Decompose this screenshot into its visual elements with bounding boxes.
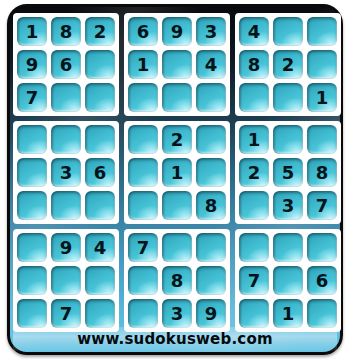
cell-r9c7[interactable]	[239, 299, 269, 328]
cell-r7c6[interactable]	[196, 233, 226, 262]
cell-r6c3[interactable]	[85, 191, 115, 220]
cell-r3c8[interactable]	[273, 83, 303, 112]
cell-r1c9[interactable]	[307, 17, 337, 46]
cell-r2c8[interactable]: 2	[273, 50, 303, 79]
cell-r4c4[interactable]	[128, 125, 158, 154]
cell-r5c2[interactable]: 3	[51, 158, 81, 187]
cell-r4c6[interactable]	[196, 125, 226, 154]
cell-r4c1[interactable]	[17, 125, 47, 154]
box-r3c1: 947	[13, 229, 119, 332]
cell-r5c8[interactable]: 5	[273, 158, 303, 187]
cell-r6c4[interactable]	[128, 191, 158, 220]
box-r2c1: 36	[13, 121, 119, 224]
cell-r8c7[interactable]: 7	[239, 266, 269, 295]
cell-r8c1[interactable]	[17, 266, 47, 295]
cell-r6c9[interactable]: 7	[307, 191, 337, 220]
cell-r7c1[interactable]	[17, 233, 47, 262]
cell-r6c1[interactable]	[17, 191, 47, 220]
cell-r4c5[interactable]: 2	[162, 125, 192, 154]
cell-r1c6[interactable]: 3	[196, 17, 226, 46]
cell-r7c4[interactable]: 7	[128, 233, 158, 262]
cell-r9c5[interactable]: 3	[162, 299, 192, 328]
cell-r4c2[interactable]	[51, 125, 81, 154]
cell-r5c4[interactable]	[128, 158, 158, 187]
footer-banner: www.sudokusweb.com	[13, 327, 337, 351]
cell-r6c8[interactable]: 3	[273, 191, 303, 220]
box-r3c2: 7839	[124, 229, 230, 332]
cell-r7c2[interactable]: 9	[51, 233, 81, 262]
cell-r9c1[interactable]	[17, 299, 47, 328]
cell-r1c5[interactable]: 9	[162, 17, 192, 46]
cell-r8c3[interactable]	[85, 266, 115, 295]
box-r1c1: 182967	[13, 13, 119, 116]
cell-r5c1[interactable]	[17, 158, 47, 187]
cell-r5c7[interactable]: 2	[239, 158, 269, 187]
cell-r2c1[interactable]: 9	[17, 50, 47, 79]
cell-r8c2[interactable]	[51, 266, 81, 295]
cell-r3c1[interactable]: 7	[17, 83, 47, 112]
cell-r9c6[interactable]: 9	[196, 299, 226, 328]
cell-r6c2[interactable]	[51, 191, 81, 220]
box-r2c3: 125837	[235, 121, 341, 224]
cell-r5c5[interactable]: 1	[162, 158, 192, 187]
cell-r6c5[interactable]	[162, 191, 192, 220]
cell-r4c9[interactable]	[307, 125, 337, 154]
cell-r2c4[interactable]: 1	[128, 50, 158, 79]
cell-r3c9[interactable]: 1	[307, 83, 337, 112]
cell-r3c7[interactable]	[239, 83, 269, 112]
cell-r5c6[interactable]	[196, 158, 226, 187]
cell-r1c2[interactable]: 8	[51, 17, 81, 46]
cell-r3c3[interactable]	[85, 83, 115, 112]
cell-r9c4[interactable]	[128, 299, 158, 328]
cell-r7c8[interactable]	[273, 233, 303, 262]
cell-r4c3[interactable]	[85, 125, 115, 154]
cell-r2c5[interactable]	[162, 50, 192, 79]
cell-r2c9[interactable]	[307, 50, 337, 79]
cell-r4c8[interactable]	[273, 125, 303, 154]
box-r2c2: 218	[124, 121, 230, 224]
cell-r9c2[interactable]: 7	[51, 299, 81, 328]
site-url-label: www.sudokusweb.com	[77, 330, 272, 348]
cell-r3c6[interactable]	[196, 83, 226, 112]
cell-r3c2[interactable]	[51, 83, 81, 112]
cell-r8c5[interactable]: 8	[162, 266, 192, 295]
cell-r3c4[interactable]	[128, 83, 158, 112]
cell-r2c2[interactable]: 6	[51, 50, 81, 79]
cell-r7c7[interactable]	[239, 233, 269, 262]
cell-r9c8[interactable]: 1	[273, 299, 303, 328]
cell-r1c7[interactable]: 4	[239, 17, 269, 46]
sudoku-puzzle-image: 182967693144821362181258379477839761 www…	[0, 0, 350, 360]
sudoku-board: 182967693144821362181258379477839761	[13, 13, 337, 332]
cell-r7c3[interactable]: 4	[85, 233, 115, 262]
cell-r2c6[interactable]: 4	[196, 50, 226, 79]
box-r3c3: 761	[235, 229, 341, 332]
cell-r2c7[interactable]: 8	[239, 50, 269, 79]
cell-r5c3[interactable]: 6	[85, 158, 115, 187]
cell-r1c8[interactable]	[273, 17, 303, 46]
cell-r9c9[interactable]	[307, 299, 337, 328]
box-r1c3: 4821	[235, 13, 341, 116]
cell-r6c7[interactable]	[239, 191, 269, 220]
cell-r1c4[interactable]: 6	[128, 17, 158, 46]
cell-r5c9[interactable]: 8	[307, 158, 337, 187]
box-r1c2: 69314	[124, 13, 230, 116]
cell-r9c3[interactable]	[85, 299, 115, 328]
cell-r1c1[interactable]: 1	[17, 17, 47, 46]
cell-r7c9[interactable]	[307, 233, 337, 262]
cell-r8c4[interactable]	[128, 266, 158, 295]
cell-r4c7[interactable]: 1	[239, 125, 269, 154]
cell-r7c5[interactable]	[162, 233, 192, 262]
cell-r6c6[interactable]: 8	[196, 191, 226, 220]
cell-r8c9[interactable]: 6	[307, 266, 337, 295]
cell-r2c3[interactable]	[85, 50, 115, 79]
cell-r3c5[interactable]	[162, 83, 192, 112]
cell-r1c3[interactable]: 2	[85, 17, 115, 46]
cell-r8c6[interactable]	[196, 266, 226, 295]
cell-r8c8[interactable]	[273, 266, 303, 295]
